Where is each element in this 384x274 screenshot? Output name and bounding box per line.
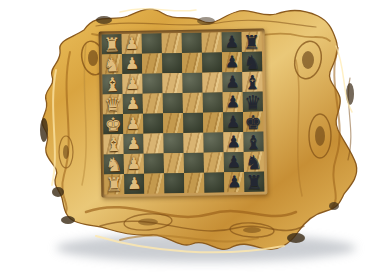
piece-white-king-e1[interactable]: ♚ <box>103 114 123 134</box>
square-g3[interactable] <box>144 153 164 173</box>
piece-white-queen-d1[interactable]: ♛ <box>103 94 123 114</box>
piece-white-pawn-c2[interactable]: ♟ <box>122 74 142 94</box>
piece-white-bishop-c1[interactable]: ♝ <box>102 74 122 94</box>
square-a1[interactable]: ♜ <box>102 34 122 54</box>
piece-black-knight-g8[interactable]: ♞ <box>244 152 264 172</box>
square-f8[interactable]: ♝ <box>243 132 263 152</box>
square-h2[interactable]: ♟ <box>124 174 144 194</box>
square-b8[interactable]: ♞ <box>242 52 262 72</box>
square-b6[interactable] <box>202 52 222 72</box>
square-c1[interactable]: ♝ <box>102 74 122 94</box>
square-c8[interactable]: ♝ <box>242 72 262 92</box>
square-f2[interactable]: ♟ <box>123 134 143 154</box>
square-a8[interactable]: ♜ <box>242 32 262 52</box>
piece-white-pawn-a2[interactable]: ♟ <box>122 34 142 54</box>
square-e4[interactable] <box>163 113 183 133</box>
piece-white-pawn-f2[interactable]: ♟ <box>123 134 143 154</box>
piece-black-pawn-f7[interactable]: ♟ <box>223 132 243 152</box>
piece-white-bishop-f1[interactable]: ♝ <box>103 134 123 154</box>
square-c2[interactable]: ♟ <box>122 74 142 94</box>
square-c5[interactable] <box>182 73 202 93</box>
square-d3[interactable] <box>143 93 163 113</box>
square-d4[interactable] <box>163 93 183 113</box>
square-h7[interactable]: ♟ <box>224 172 244 192</box>
piece-white-knight-b1[interactable]: ♞ <box>102 54 122 74</box>
square-g1[interactable]: ♞ <box>104 154 124 174</box>
square-c6[interactable] <box>202 72 222 92</box>
square-b2[interactable]: ♟ <box>122 54 142 74</box>
square-e7[interactable]: ♟ <box>223 112 243 132</box>
piece-white-pawn-e2[interactable]: ♟ <box>123 114 143 134</box>
square-d6[interactable] <box>203 92 223 112</box>
piece-black-knight-b8[interactable]: ♞ <box>242 52 262 72</box>
square-e3[interactable] <box>143 113 163 133</box>
square-a3[interactable] <box>142 33 162 53</box>
chess-board: ♜♟♟♜♞♟♟♞♝♟♟♝♛♟♟♛♚♟♟♚♝♟♟♝♞♟♟♞♜♟♟♜ <box>102 32 265 195</box>
board-recess: ♜♟♟♜♞♟♟♞♝♟♟♝♛♟♟♛♚♟♟♚♝♟♟♝♞♟♟♞♜♟♟♜ <box>99 29 268 198</box>
square-e8[interactable]: ♚ <box>243 112 263 132</box>
square-f1[interactable]: ♝ <box>103 134 123 154</box>
square-b7[interactable]: ♟ <box>222 52 242 72</box>
square-a4[interactable] <box>162 33 182 53</box>
piece-white-pawn-h2[interactable]: ♟ <box>124 174 144 194</box>
square-g5[interactable] <box>184 153 204 173</box>
square-a6[interactable] <box>202 32 222 52</box>
square-b5[interactable] <box>182 53 202 73</box>
square-e1[interactable]: ♚ <box>103 114 123 134</box>
piece-black-pawn-d7[interactable]: ♟ <box>223 92 243 112</box>
square-f3[interactable] <box>143 133 163 153</box>
piece-black-pawn-c7[interactable]: ♟ <box>222 72 242 92</box>
piece-white-rook-a1[interactable]: ♜ <box>102 34 122 54</box>
square-e2[interactable]: ♟ <box>123 114 143 134</box>
piece-white-pawn-g2[interactable]: ♟ <box>124 154 144 174</box>
square-c4[interactable] <box>162 73 182 93</box>
square-d7[interactable]: ♟ <box>223 92 243 112</box>
square-d2[interactable]: ♟ <box>123 94 143 114</box>
square-f5[interactable] <box>183 133 203 153</box>
square-g8[interactable]: ♞ <box>244 152 264 172</box>
square-e6[interactable] <box>203 112 223 132</box>
square-h1[interactable]: ♜ <box>104 174 124 194</box>
piece-black-pawn-b7[interactable]: ♟ <box>222 52 242 72</box>
photo-stage: ♜♟♟♜♞♟♟♞♝♟♟♝♛♟♟♛♚♟♟♚♝♟♟♝♞♟♟♞♜♟♟♜ <box>0 0 384 274</box>
piece-black-bishop-f8[interactable]: ♝ <box>243 132 263 152</box>
piece-white-pawn-d2[interactable]: ♟ <box>123 94 143 114</box>
piece-black-bishop-c8[interactable]: ♝ <box>242 72 262 92</box>
square-h6[interactable] <box>204 172 224 192</box>
square-a2[interactable]: ♟ <box>122 34 142 54</box>
square-b3[interactable] <box>142 53 162 73</box>
piece-black-queen-d8[interactable]: ♛ <box>243 92 263 112</box>
piece-white-knight-g1[interactable]: ♞ <box>104 154 124 174</box>
piece-black-rook-a8[interactable]: ♜ <box>242 32 262 52</box>
square-f6[interactable] <box>203 132 223 152</box>
square-h4[interactable] <box>164 173 184 193</box>
square-g6[interactable] <box>204 152 224 172</box>
piece-black-rook-h8[interactable]: ♜ <box>244 172 264 192</box>
square-d8[interactable]: ♛ <box>243 92 263 112</box>
square-b4[interactable] <box>162 53 182 73</box>
square-a5[interactable] <box>182 33 202 53</box>
square-h3[interactable] <box>144 173 164 193</box>
square-h8[interactable]: ♜ <box>244 172 264 192</box>
piece-black-pawn-e7[interactable]: ♟ <box>223 112 243 132</box>
piece-black-pawn-h7[interactable]: ♟ <box>224 172 244 192</box>
piece-white-pawn-b2[interactable]: ♟ <box>122 54 142 74</box>
square-c3[interactable] <box>142 73 162 93</box>
square-g7[interactable]: ♟ <box>224 152 244 172</box>
square-d5[interactable] <box>183 93 203 113</box>
square-g2[interactable]: ♟ <box>124 154 144 174</box>
piece-black-king-e8[interactable]: ♚ <box>243 112 263 132</box>
square-e5[interactable] <box>183 113 203 133</box>
square-a7[interactable]: ♟ <box>222 32 242 52</box>
square-d1[interactable]: ♛ <box>103 94 123 114</box>
square-h5[interactable] <box>184 173 204 193</box>
square-b1[interactable]: ♞ <box>102 54 122 74</box>
square-g4[interactable] <box>164 153 184 173</box>
square-c7[interactable]: ♟ <box>222 72 242 92</box>
square-f7[interactable]: ♟ <box>223 132 243 152</box>
piece-black-pawn-a7[interactable]: ♟ <box>222 32 242 52</box>
piece-white-rook-h1[interactable]: ♜ <box>104 174 124 194</box>
piece-black-pawn-g7[interactable]: ♟ <box>224 152 244 172</box>
square-f4[interactable] <box>163 133 183 153</box>
